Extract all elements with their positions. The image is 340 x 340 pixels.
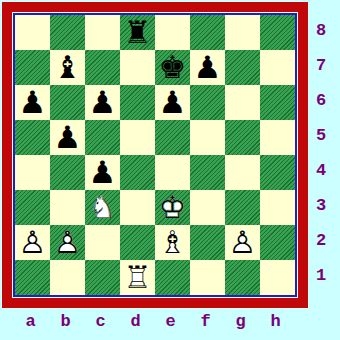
square-e7[interactable]: ♚ bbox=[155, 50, 190, 85]
square-e8[interactable] bbox=[155, 15, 190, 50]
file-label-h: h bbox=[258, 306, 293, 338]
square-b5[interactable]: ♟ bbox=[50, 120, 85, 155]
square-g1[interactable] bbox=[225, 260, 260, 295]
square-c3[interactable]: ♞♘ bbox=[85, 190, 120, 225]
square-d6[interactable] bbox=[120, 85, 155, 120]
square-h2[interactable] bbox=[260, 225, 295, 260]
square-c8[interactable] bbox=[85, 15, 120, 50]
square-g7[interactable] bbox=[225, 50, 260, 85]
square-f3[interactable] bbox=[190, 190, 225, 225]
file-label-g: g bbox=[223, 306, 258, 338]
square-c7[interactable] bbox=[85, 50, 120, 85]
square-c5[interactable] bbox=[85, 120, 120, 155]
black-pawn: ♟ bbox=[155, 85, 190, 120]
black-pawn: ♟ bbox=[190, 50, 225, 85]
file-label-d: d bbox=[118, 306, 153, 338]
square-f5[interactable] bbox=[190, 120, 225, 155]
square-b8[interactable] bbox=[50, 15, 85, 50]
black-pawn: ♟ bbox=[15, 85, 50, 120]
file-label-e: e bbox=[153, 306, 188, 338]
white-rook: ♖ bbox=[120, 260, 155, 295]
square-g5[interactable] bbox=[225, 120, 260, 155]
square-a8[interactable] bbox=[15, 15, 50, 50]
square-a5[interactable] bbox=[15, 120, 50, 155]
square-d3[interactable] bbox=[120, 190, 155, 225]
rank-label-7: 7 bbox=[306, 48, 336, 83]
square-d5[interactable] bbox=[120, 120, 155, 155]
rank-label-5: 5 bbox=[306, 118, 336, 153]
square-h8[interactable] bbox=[260, 15, 295, 50]
square-g8[interactable] bbox=[225, 15, 260, 50]
black-rook: ♜ bbox=[120, 15, 155, 50]
rank-labels: 87654321 bbox=[306, 13, 336, 293]
square-h3[interactable] bbox=[260, 190, 295, 225]
white-bishop-fill: ♝ bbox=[155, 225, 190, 260]
rank-label-8: 8 bbox=[306, 13, 336, 48]
file-label-f: f bbox=[188, 306, 223, 338]
square-c4[interactable]: ♟ bbox=[85, 155, 120, 190]
square-b1[interactable] bbox=[50, 260, 85, 295]
square-d4[interactable] bbox=[120, 155, 155, 190]
square-h6[interactable] bbox=[260, 85, 295, 120]
square-a1[interactable] bbox=[15, 260, 50, 295]
square-a6[interactable]: ♟ bbox=[15, 85, 50, 120]
square-a2[interactable]: ♟♙ bbox=[15, 225, 50, 260]
square-f6[interactable] bbox=[190, 85, 225, 120]
square-d7[interactable] bbox=[120, 50, 155, 85]
square-h5[interactable] bbox=[260, 120, 295, 155]
black-pawn: ♟ bbox=[85, 155, 120, 190]
black-king: ♚ bbox=[155, 50, 190, 85]
white-bishop: ♗ bbox=[155, 225, 190, 260]
file-labels: abcdefgh bbox=[13, 306, 293, 338]
chess-board: ♜♝♚♟♟♟♟♟♟♞♘♚♔♟♙♟♙♝♗♟♙♜♖ bbox=[15, 15, 295, 295]
square-h4[interactable] bbox=[260, 155, 295, 190]
white-knight: ♘ bbox=[85, 190, 120, 225]
rank-label-6: 6 bbox=[306, 83, 336, 118]
square-c6[interactable]: ♟ bbox=[85, 85, 120, 120]
square-b6[interactable] bbox=[50, 85, 85, 120]
square-d8[interactable]: ♜ bbox=[120, 15, 155, 50]
square-c1[interactable] bbox=[85, 260, 120, 295]
square-h7[interactable] bbox=[260, 50, 295, 85]
square-a3[interactable] bbox=[15, 190, 50, 225]
square-g3[interactable] bbox=[225, 190, 260, 225]
square-d2[interactable] bbox=[120, 225, 155, 260]
chess-diagram: ♜♝♚♟♟♟♟♟♟♞♘♚♔♟♙♟♙♝♗♟♙♜♖ 87654321 abcdefg… bbox=[0, 0, 340, 340]
square-b4[interactable] bbox=[50, 155, 85, 190]
square-a4[interactable] bbox=[15, 155, 50, 190]
square-b3[interactable] bbox=[50, 190, 85, 225]
white-pawn: ♙ bbox=[50, 225, 85, 260]
rank-label-1: 1 bbox=[306, 258, 336, 293]
file-label-c: c bbox=[83, 306, 118, 338]
black-pawn: ♟ bbox=[85, 85, 120, 120]
square-g6[interactable] bbox=[225, 85, 260, 120]
square-f8[interactable] bbox=[190, 15, 225, 50]
black-pawn: ♟ bbox=[50, 120, 85, 155]
square-h1[interactable] bbox=[260, 260, 295, 295]
white-king-fill: ♚ bbox=[155, 190, 190, 225]
rank-label-2: 2 bbox=[306, 223, 336, 258]
square-e5[interactable] bbox=[155, 120, 190, 155]
square-f4[interactable] bbox=[190, 155, 225, 190]
rank-label-4: 4 bbox=[306, 153, 336, 188]
square-d1[interactable]: ♜♖ bbox=[120, 260, 155, 295]
white-pawn-fill: ♟ bbox=[225, 225, 260, 260]
white-pawn-fill: ♟ bbox=[50, 225, 85, 260]
black-bishop: ♝ bbox=[50, 50, 85, 85]
square-g2[interactable]: ♟♙ bbox=[225, 225, 260, 260]
square-f1[interactable] bbox=[190, 260, 225, 295]
file-label-a: a bbox=[13, 306, 48, 338]
square-f7[interactable]: ♟ bbox=[190, 50, 225, 85]
square-a7[interactable] bbox=[15, 50, 50, 85]
square-e3[interactable]: ♚♔ bbox=[155, 190, 190, 225]
square-e6[interactable]: ♟ bbox=[155, 85, 190, 120]
square-e2[interactable]: ♝♗ bbox=[155, 225, 190, 260]
square-g4[interactable] bbox=[225, 155, 260, 190]
white-pawn: ♙ bbox=[225, 225, 260, 260]
square-e1[interactable] bbox=[155, 260, 190, 295]
square-f2[interactable] bbox=[190, 225, 225, 260]
white-king: ♔ bbox=[155, 190, 190, 225]
square-b2[interactable]: ♟♙ bbox=[50, 225, 85, 260]
file-label-b: b bbox=[48, 306, 83, 338]
square-e4[interactable] bbox=[155, 155, 190, 190]
white-pawn: ♙ bbox=[15, 225, 50, 260]
board-frame: ♜♝♚♟♟♟♟♟♟♞♘♚♔♟♙♟♙♝♗♟♙♜♖ bbox=[13, 13, 297, 297]
white-knight-fill: ♞ bbox=[85, 190, 120, 225]
rank-label-3: 3 bbox=[306, 188, 336, 223]
square-c2[interactable] bbox=[85, 225, 120, 260]
square-b7[interactable]: ♝ bbox=[50, 50, 85, 85]
white-rook-fill: ♜ bbox=[120, 260, 155, 295]
white-pawn-fill: ♟ bbox=[15, 225, 50, 260]
